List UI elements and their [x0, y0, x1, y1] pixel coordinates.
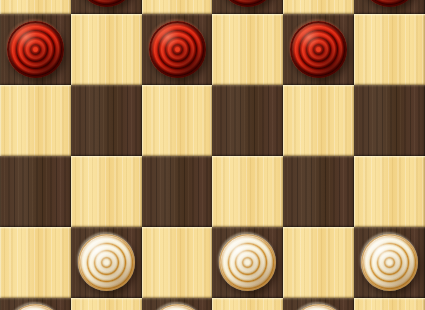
square-r2-c3-dark[interactable]	[212, 85, 283, 156]
square-r5-c3-light[interactable]	[212, 298, 283, 310]
square-r5-c5-light[interactable]	[354, 298, 425, 310]
square-r1-c3-light[interactable]	[212, 14, 283, 85]
square-r1-c1-light[interactable]	[71, 14, 142, 85]
square-r4-c1-dark[interactable]	[71, 227, 142, 298]
square-r5-c4-dark[interactable]	[283, 298, 354, 310]
square-r4-c5-dark[interactable]	[354, 227, 425, 298]
square-r5-c2-dark[interactable]	[142, 298, 213, 310]
square-r2-c5-dark[interactable]	[354, 85, 425, 156]
white-checker-piece[interactable]	[290, 304, 347, 310]
square-r2-c4-light[interactable]	[283, 85, 354, 156]
red-checker-piece[interactable]	[361, 0, 418, 7]
square-r3-c5-light[interactable]	[354, 156, 425, 227]
square-r2-c1-dark[interactable]	[71, 85, 142, 156]
game-viewport	[0, 0, 425, 310]
checkers-board	[0, 0, 425, 310]
red-checker-piece[interactable]	[7, 21, 64, 78]
square-r0-c1-dark[interactable]	[71, 0, 142, 14]
square-r3-c3-light[interactable]	[212, 156, 283, 227]
square-r3-c1-light[interactable]	[71, 156, 142, 227]
square-r3-c2-dark[interactable]	[142, 156, 213, 227]
square-r0-c3-dark[interactable]	[212, 0, 283, 14]
square-r4-c4-light[interactable]	[283, 227, 354, 298]
square-r0-c2-light[interactable]	[142, 0, 213, 14]
square-r2-c2-light[interactable]	[142, 85, 213, 156]
square-r0-c0-light[interactable]	[0, 0, 71, 14]
square-r5-c0-dark[interactable]	[0, 298, 71, 310]
square-r4-c2-light[interactable]	[142, 227, 213, 298]
square-r0-c5-dark[interactable]	[354, 0, 425, 14]
square-r4-c3-dark[interactable]	[212, 227, 283, 298]
white-checker-piece[interactable]	[7, 304, 64, 310]
square-r1-c4-dark[interactable]	[283, 14, 354, 85]
white-checker-piece[interactable]	[78, 234, 135, 291]
square-r1-c2-dark[interactable]	[142, 14, 213, 85]
white-checker-piece[interactable]	[219, 234, 276, 291]
red-checker-piece[interactable]	[290, 21, 347, 78]
white-checker-piece[interactable]	[149, 304, 206, 310]
square-r1-c0-dark[interactable]	[0, 14, 71, 85]
square-r3-c0-dark[interactable]	[0, 156, 71, 227]
red-checker-piece[interactable]	[149, 21, 206, 78]
square-r2-c0-light[interactable]	[0, 85, 71, 156]
square-r1-c5-light[interactable]	[354, 14, 425, 85]
square-r3-c4-dark[interactable]	[283, 156, 354, 227]
red-checker-piece[interactable]	[78, 0, 135, 7]
square-r4-c0-light[interactable]	[0, 227, 71, 298]
square-r5-c1-light[interactable]	[71, 298, 142, 310]
white-checker-piece[interactable]	[361, 234, 418, 291]
red-checker-piece[interactable]	[219, 0, 276, 7]
square-r0-c4-light[interactable]	[283, 0, 354, 14]
